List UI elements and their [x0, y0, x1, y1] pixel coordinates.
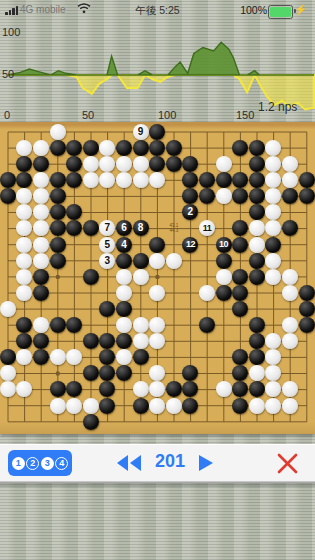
black-stone[interactable] [232, 269, 248, 285]
white-stone[interactable] [33, 140, 49, 156]
black-stone[interactable] [50, 381, 66, 397]
variation-select-button[interactable]: 1234 [8, 450, 72, 476]
white-stone-move-3[interactable]: 3 [99, 253, 115, 269]
black-stone[interactable] [50, 237, 66, 253]
white-stone[interactable] [133, 172, 149, 188]
variation-digit-2[interactable]: 2 [26, 457, 39, 470]
white-stone[interactable] [33, 317, 49, 333]
black-stone[interactable] [133, 253, 149, 269]
black-stone[interactable] [249, 333, 265, 349]
white-stone[interactable] [116, 156, 132, 172]
black-stone[interactable] [116, 253, 132, 269]
black-stone[interactable] [133, 398, 149, 414]
black-stone[interactable] [249, 269, 265, 285]
app-screen: { "game": "go", "status_bar": { "carrier… [0, 0, 315, 560]
black-stone[interactable] [116, 140, 132, 156]
white-stone[interactable] [83, 156, 99, 172]
black-stone[interactable] [232, 237, 248, 253]
white-stone[interactable] [265, 398, 281, 414]
go-board[interactable]: 9276811541210343.144.3 [0, 122, 315, 434]
black-stone[interactable] [149, 237, 165, 253]
battery-icon [268, 5, 293, 19]
black-stone[interactable] [50, 140, 66, 156]
black-stone[interactable] [149, 124, 165, 140]
white-stone[interactable] [216, 269, 232, 285]
white-stone-move-5[interactable]: 5 [99, 237, 115, 253]
white-stone[interactable] [166, 253, 182, 269]
white-stone[interactable] [116, 317, 132, 333]
white-stone[interactable] [133, 269, 149, 285]
black-stone[interactable] [232, 285, 248, 301]
black-stone[interactable] [99, 398, 115, 414]
black-stone[interactable] [299, 172, 315, 188]
white-stone[interactable] [216, 381, 232, 397]
white-stone[interactable] [282, 333, 298, 349]
x-tick-0: 0 [4, 109, 10, 121]
black-stone-move-8[interactable]: 8 [133, 220, 149, 236]
black-stone[interactable] [33, 269, 49, 285]
white-stone[interactable] [50, 349, 66, 365]
black-stone[interactable] [249, 253, 265, 269]
black-stone-move-10[interactable]: 10 [216, 237, 232, 253]
black-stone[interactable] [299, 285, 315, 301]
white-stone[interactable] [249, 398, 265, 414]
white-stone[interactable] [133, 317, 149, 333]
black-stone[interactable] [83, 333, 99, 349]
control-bar: 1234 201 [0, 444, 315, 483]
black-stone[interactable] [33, 285, 49, 301]
black-stone[interactable] [83, 365, 99, 381]
charging-bolt-icon: ⚡ [295, 4, 307, 15]
white-stone[interactable] [216, 156, 232, 172]
black-stone[interactable] [249, 317, 265, 333]
white-stone-move-9[interactable]: 9 [133, 124, 149, 140]
rewind-button[interactable] [116, 454, 142, 476]
white-stone[interactable] [282, 285, 298, 301]
white-stone[interactable] [33, 172, 49, 188]
white-stone[interactable] [216, 188, 232, 204]
black-stone[interactable] [166, 156, 182, 172]
black-stone[interactable] [216, 285, 232, 301]
white-stone[interactable] [33, 253, 49, 269]
white-stone[interactable] [50, 124, 66, 140]
white-stone[interactable] [0, 301, 16, 317]
battery-percent-label: 100% [240, 4, 267, 16]
white-stone[interactable] [249, 237, 265, 253]
black-stone[interactable] [216, 253, 232, 269]
black-stone[interactable] [83, 140, 99, 156]
white-stone[interactable] [249, 365, 265, 381]
black-stone[interactable] [232, 140, 248, 156]
variation-digit-4[interactable]: 4 [55, 457, 68, 470]
y-tick-50: 50 [2, 68, 14, 80]
black-stone-move-12[interactable]: 12 [182, 237, 198, 253]
x-tick-150: 150 [236, 109, 254, 121]
move-counter: 201 [146, 451, 194, 472]
black-stone[interactable] [249, 140, 265, 156]
white-stone[interactable] [133, 156, 149, 172]
x-tick-100: 100 [158, 109, 176, 121]
white-stone[interactable] [16, 253, 32, 269]
black-stone[interactable] [33, 333, 49, 349]
white-stone[interactable] [149, 398, 165, 414]
white-stone[interactable] [16, 269, 32, 285]
black-stone[interactable] [83, 269, 99, 285]
white-stone[interactable] [149, 285, 165, 301]
black-stone[interactable] [299, 317, 315, 333]
black-stone[interactable] [0, 349, 16, 365]
white-stone[interactable] [282, 317, 298, 333]
black-stone[interactable] [216, 172, 232, 188]
black-stone[interactable] [149, 140, 165, 156]
white-stone[interactable] [133, 381, 149, 397]
black-stone[interactable] [133, 140, 149, 156]
black-stone[interactable] [199, 317, 215, 333]
black-stone[interactable] [50, 204, 66, 220]
white-stone[interactable] [83, 172, 99, 188]
black-stone[interactable] [50, 220, 66, 236]
black-stone[interactable] [116, 301, 132, 317]
black-stone[interactable] [50, 172, 66, 188]
winrate-chart: 100 50 0 50 100 150 1.2 nps [0, 20, 315, 122]
white-stone[interactable] [282, 398, 298, 414]
black-stone[interactable] [182, 398, 198, 414]
white-stone[interactable] [33, 237, 49, 253]
black-stone[interactable] [50, 317, 66, 333]
white-stone[interactable] [282, 172, 298, 188]
black-stone[interactable] [66, 140, 82, 156]
white-stone[interactable] [282, 269, 298, 285]
black-stone[interactable] [116, 333, 132, 349]
black-stone[interactable] [83, 414, 99, 430]
black-stone[interactable] [232, 301, 248, 317]
white-stone[interactable] [149, 253, 165, 269]
white-stone[interactable] [116, 269, 132, 285]
white-stone[interactable] [50, 398, 66, 414]
y-tick-100: 100 [2, 26, 20, 38]
white-stone[interactable] [116, 172, 132, 188]
black-stone[interactable] [166, 140, 182, 156]
white-stone[interactable] [265, 253, 281, 269]
black-stone[interactable] [0, 188, 16, 204]
black-stone[interactable] [199, 172, 215, 188]
black-stone[interactable] [0, 172, 16, 188]
bar-shadow [0, 481, 315, 487]
black-stone[interactable] [50, 188, 66, 204]
black-stone[interactable] [232, 398, 248, 414]
white-stone[interactable] [83, 398, 99, 414]
black-stone[interactable] [133, 349, 149, 365]
black-stone[interactable] [249, 349, 265, 365]
black-stone[interactable] [265, 237, 281, 253]
white-stone[interactable] [66, 398, 82, 414]
white-stone[interactable] [16, 237, 32, 253]
black-stone[interactable] [299, 188, 315, 204]
black-stone[interactable] [249, 204, 265, 220]
white-stone[interactable] [166, 398, 182, 414]
white-stone[interactable] [199, 285, 215, 301]
variation-digit-1[interactable]: 1 [12, 457, 25, 470]
black-stone[interactable] [299, 301, 315, 317]
nps-label: 1.2 nps [258, 100, 297, 114]
black-stone[interactable] [50, 253, 66, 269]
white-stone[interactable] [282, 156, 298, 172]
black-stone[interactable] [249, 172, 265, 188]
black-stone-move-4[interactable]: 4 [116, 237, 132, 253]
black-stone[interactable] [249, 156, 265, 172]
black-stone[interactable] [33, 156, 49, 172]
analysis-annotation: 43.144.3 [166, 223, 182, 233]
black-stone[interactable] [249, 188, 265, 204]
white-stone[interactable] [133, 333, 149, 349]
white-stone[interactable] [116, 285, 132, 301]
close-button[interactable] [276, 452, 299, 479]
white-stone[interactable] [265, 269, 281, 285]
variation-digit-3[interactable]: 3 [41, 457, 54, 470]
x-tick-50: 50 [82, 109, 94, 121]
status-bar: 4G mobile 午後 5:25 100% ⚡ [0, 0, 315, 20]
play-button[interactable] [198, 454, 214, 476]
